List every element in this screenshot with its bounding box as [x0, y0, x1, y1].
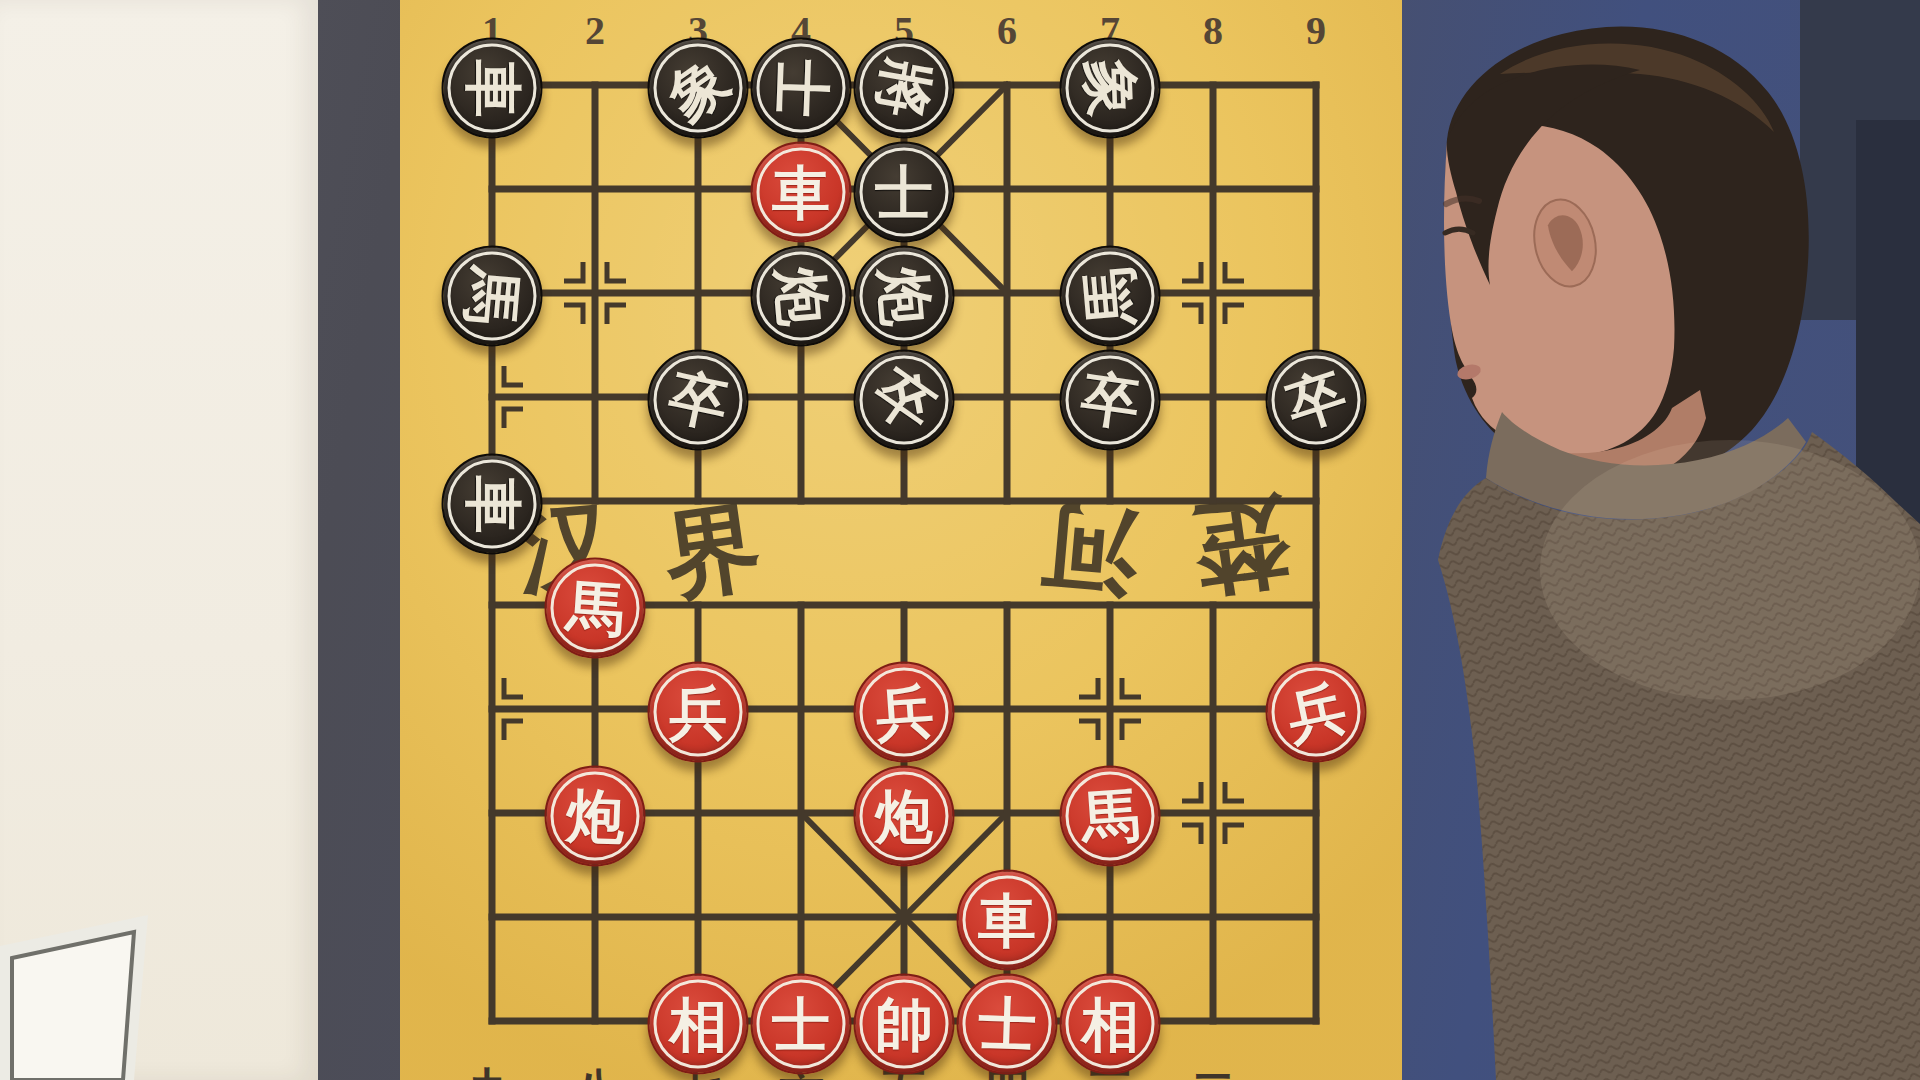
child-shoulder-highlight [1540, 440, 1920, 700]
child-observer [0, 0, 1920, 1080]
scene: 123456789九八七六五四三二一汉界河楚 車象士將象車士馬炮炮馬卒卒卒卒車馬… [0, 0, 1920, 1080]
